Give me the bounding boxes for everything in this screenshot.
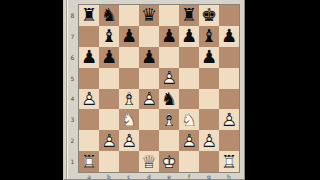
square-d5[interactable] (139, 68, 159, 89)
square-d7[interactable] (139, 26, 159, 47)
piece-black-rook: ♜ (179, 5, 199, 26)
square-e8[interactable] (159, 5, 179, 26)
square-c5[interactable] (119, 68, 139, 89)
square-e6[interactable] (159, 47, 179, 68)
square-b7[interactable]: ♝ (99, 26, 119, 47)
square-c4[interactable]: ♝♗ (119, 89, 139, 110)
square-f5[interactable] (179, 68, 199, 89)
square-b2[interactable]: ♟♙ (99, 130, 119, 151)
square-b1[interactable] (99, 151, 119, 172)
square-e3[interactable]: ♝♗ (159, 109, 179, 130)
square-g1[interactable] (199, 151, 219, 172)
file-label-f: f (179, 173, 199, 180)
square-e5[interactable]: ♟♙ (159, 68, 179, 89)
piece-white-rook: ♜♖ (219, 151, 239, 172)
file-label-c: c (119, 173, 139, 180)
square-d4[interactable]: ♟♙ (139, 89, 159, 110)
square-f2[interactable]: ♟♙ (179, 130, 199, 151)
piece-white-knight: ♞♘ (179, 109, 199, 130)
file-label-g: g (199, 173, 219, 180)
square-e2[interactable] (159, 130, 179, 151)
piece-black-pawn: ♟ (79, 47, 99, 68)
square-a8[interactable]: ♜ (79, 5, 99, 26)
piece-white-queen: ♛♕ (139, 151, 159, 172)
square-a6[interactable]: ♟ (79, 47, 99, 68)
piece-white-pawn: ♟♙ (199, 130, 219, 151)
square-h6[interactable] (219, 47, 239, 68)
piece-black-pawn: ♟ (199, 47, 219, 68)
piece-black-queen: ♛ (139, 5, 159, 26)
rank-label-5: 5 (67, 75, 78, 82)
file-label-d: d (139, 173, 159, 180)
square-b4[interactable] (99, 89, 119, 110)
rank-label-8: 8 (67, 12, 78, 19)
square-c3[interactable]: ♞♘ (119, 109, 139, 130)
piece-white-pawn: ♟♙ (139, 89, 159, 110)
rank-label-1: 1 (67, 158, 78, 165)
square-d6[interactable]: ♟ (139, 47, 159, 68)
square-g2[interactable]: ♟♙ (199, 130, 219, 151)
piece-white-pawn: ♟♙ (159, 68, 179, 89)
piece-black-rook: ♜ (79, 5, 99, 26)
square-h8[interactable] (219, 5, 239, 26)
piece-black-bishop: ♝ (99, 26, 119, 47)
square-c2[interactable]: ♟♙ (119, 130, 139, 151)
square-b8[interactable]: ♞ (99, 5, 119, 26)
square-e4[interactable]: ♞ (159, 89, 179, 110)
square-f7[interactable]: ♟ (179, 26, 199, 47)
file-label-a: a (79, 173, 99, 180)
square-a7[interactable] (79, 26, 99, 47)
chess-board-frame: ♜♞♛♜♚♝♟♟♟♝♟♟♟♟♟♟♙♟♙♝♗♟♙♞♞♘♝♗♞♘♟♙♟♙♟♙♟♙♟♙… (63, 0, 245, 180)
square-b6[interactable]: ♟ (99, 47, 119, 68)
square-h5[interactable] (219, 68, 239, 89)
square-c6[interactable] (119, 47, 139, 68)
square-a3[interactable] (79, 109, 99, 130)
piece-black-bishop: ♝ (199, 26, 219, 47)
square-h3[interactable]: ♟♙ (219, 109, 239, 130)
piece-black-pawn: ♟ (119, 26, 139, 47)
rank-label-6: 6 (67, 54, 78, 61)
square-g8[interactable]: ♚ (199, 5, 219, 26)
square-a5[interactable] (79, 68, 99, 89)
square-d1[interactable]: ♛♕ (139, 151, 159, 172)
square-g6[interactable]: ♟ (199, 47, 219, 68)
piece-white-bishop: ♝♗ (159, 109, 179, 130)
piece-white-bishop: ♝♗ (119, 89, 139, 110)
square-a2[interactable] (79, 130, 99, 151)
rank-label-4: 4 (67, 95, 78, 102)
piece-white-pawn: ♟♙ (119, 130, 139, 151)
square-e1[interactable]: ♚♔ (159, 151, 179, 172)
square-g7[interactable]: ♝ (199, 26, 219, 47)
file-label-b: b (99, 173, 119, 180)
square-h7[interactable]: ♟ (219, 26, 239, 47)
square-g5[interactable] (199, 68, 219, 89)
square-c1[interactable] (119, 151, 139, 172)
square-d3[interactable] (139, 109, 159, 130)
piece-black-pawn: ♟ (159, 26, 179, 47)
square-f8[interactable]: ♜ (179, 5, 199, 26)
square-b3[interactable] (99, 109, 119, 130)
square-d2[interactable] (139, 130, 159, 151)
square-c7[interactable]: ♟ (119, 26, 139, 47)
square-f3[interactable]: ♞♘ (179, 109, 199, 130)
square-b5[interactable] (99, 68, 119, 89)
square-h2[interactable] (219, 130, 239, 151)
square-a4[interactable]: ♟♙ (79, 89, 99, 110)
piece-black-king: ♚ (199, 5, 219, 26)
piece-white-pawn: ♟♙ (219, 109, 239, 130)
square-c8[interactable] (119, 5, 139, 26)
piece-white-pawn: ♟♙ (179, 130, 199, 151)
square-g4[interactable] (199, 89, 219, 110)
piece-white-pawn: ♟♙ (79, 89, 99, 110)
square-f1[interactable] (179, 151, 199, 172)
piece-white-king: ♚♔ (159, 151, 179, 172)
piece-black-pawn: ♟ (99, 47, 119, 68)
file-label-e: e (159, 173, 179, 180)
rank-label-3: 3 (67, 116, 78, 123)
piece-black-knight: ♞ (99, 5, 119, 26)
rank-label-2: 2 (67, 137, 78, 144)
square-e7[interactable]: ♟ (159, 26, 179, 47)
piece-black-pawn: ♟ (179, 26, 199, 47)
piece-black-knight: ♞ (159, 89, 179, 110)
video-frame-background: ♜♞♛♜♚♝♟♟♟♝♟♟♟♟♟♟♙♟♙♝♗♟♙♞♞♘♝♗♞♘♟♙♟♙♟♙♟♙♟♙… (0, 0, 320, 180)
piece-white-knight: ♞♘ (119, 109, 139, 130)
square-d8[interactable]: ♛ (139, 5, 159, 26)
square-f4[interactable] (179, 89, 199, 110)
square-h1[interactable]: ♜♖ (219, 151, 239, 172)
piece-white-rook: ♜♖ (79, 151, 99, 172)
square-a1[interactable]: ♜♖ (79, 151, 99, 172)
square-g3[interactable] (199, 109, 219, 130)
rank-label-7: 7 (67, 33, 78, 40)
square-f6[interactable] (179, 47, 199, 68)
piece-black-pawn: ♟ (139, 47, 159, 68)
piece-white-pawn: ♟♙ (99, 130, 119, 151)
file-label-h: h (219, 173, 239, 180)
square-h4[interactable] (219, 89, 239, 110)
chess-board: ♜♞♛♜♚♝♟♟♟♝♟♟♟♟♟♟♙♟♙♝♗♟♙♞♞♘♝♗♞♘♟♙♟♙♟♙♟♙♟♙… (78, 4, 240, 173)
piece-black-pawn: ♟ (219, 26, 239, 47)
